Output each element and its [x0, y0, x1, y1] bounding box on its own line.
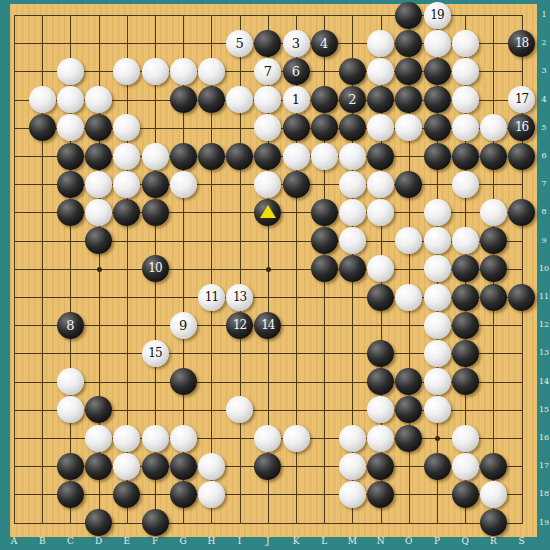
stone-D4[interactable] — [85, 86, 112, 113]
column-label-Q: Q — [455, 536, 475, 546]
stone-M3[interactable] — [339, 58, 366, 85]
stone-R11[interactable] — [480, 284, 507, 311]
row-label-9: 9 — [537, 236, 550, 245]
stone-N13[interactable] — [367, 340, 394, 367]
stone-P15[interactable] — [424, 396, 451, 423]
triangle-marker — [260, 205, 276, 218]
stone-K5[interactable] — [283, 114, 310, 141]
move-number-label: 18 — [508, 30, 535, 57]
move-number-label: 7 — [254, 58, 281, 85]
stone-R5[interactable] — [480, 114, 507, 141]
stone-N7[interactable] — [367, 171, 394, 198]
column-label-K: K — [286, 536, 306, 546]
stone-C18[interactable] — [57, 481, 84, 508]
stone-J3[interactable]: 7 — [254, 58, 281, 85]
star-point — [266, 267, 271, 272]
stone-S8[interactable] — [508, 199, 535, 226]
stone-D19[interactable] — [85, 509, 112, 536]
stone-G4[interactable] — [170, 86, 197, 113]
stone-O1[interactable] — [395, 2, 422, 29]
stone-Q16[interactable] — [452, 425, 479, 452]
stone-R19[interactable] — [480, 509, 507, 536]
stone-P6[interactable] — [424, 143, 451, 170]
stone-Q4[interactable] — [452, 86, 479, 113]
stone-P10[interactable] — [424, 255, 451, 282]
stone-M9[interactable] — [339, 227, 366, 254]
stone-I4[interactable] — [226, 86, 253, 113]
stone-H11[interactable]: 11 — [198, 284, 225, 311]
move-number-label: 12 — [226, 312, 253, 339]
stone-N10[interactable] — [367, 255, 394, 282]
stone-P9[interactable] — [424, 227, 451, 254]
stone-P1[interactable]: 19 — [424, 2, 451, 29]
stone-P14[interactable] — [424, 368, 451, 395]
stone-M4[interactable]: 2 — [339, 86, 366, 113]
move-number-label: 6 — [283, 58, 310, 85]
stone-F8[interactable] — [142, 199, 169, 226]
stone-R17[interactable] — [480, 453, 507, 480]
stone-P3[interactable] — [424, 58, 451, 85]
stone-I6[interactable] — [226, 143, 253, 170]
stone-D7[interactable] — [85, 171, 112, 198]
stone-C4[interactable] — [57, 86, 84, 113]
row-label-19: 19 — [537, 518, 550, 527]
stone-J6[interactable] — [254, 143, 281, 170]
stone-O9[interactable] — [395, 227, 422, 254]
stone-F13[interactable]: 15 — [142, 340, 169, 367]
column-label-F: F — [145, 536, 165, 546]
stone-C6[interactable] — [57, 143, 84, 170]
stone-N15[interactable] — [367, 396, 394, 423]
stone-S4[interactable]: 17 — [508, 86, 535, 113]
stone-C8[interactable] — [57, 199, 84, 226]
stone-G17[interactable] — [170, 453, 197, 480]
stone-N14[interactable] — [367, 368, 394, 395]
stone-N18[interactable] — [367, 481, 394, 508]
move-number-label: 9 — [170, 312, 197, 339]
stone-F19[interactable] — [142, 509, 169, 536]
row-label-3: 3 — [537, 66, 550, 75]
column-label-G: G — [173, 536, 193, 546]
stone-I15[interactable] — [226, 396, 253, 423]
stone-C15[interactable] — [57, 396, 84, 423]
stone-M5[interactable] — [339, 114, 366, 141]
stone-Q3[interactable] — [452, 58, 479, 85]
row-label-13: 13 — [537, 348, 550, 357]
stone-Q5[interactable] — [452, 114, 479, 141]
column-label-B: B — [32, 536, 52, 546]
stone-D17[interactable] — [85, 453, 112, 480]
move-number-label: 2 — [339, 86, 366, 113]
stone-K2[interactable]: 3 — [283, 30, 310, 57]
stone-N8[interactable] — [367, 199, 394, 226]
go-board[interactable]: 19534187612171610111389121415 — [10, 4, 537, 537]
stone-G12[interactable]: 9 — [170, 312, 197, 339]
stone-K4[interactable]: 1 — [283, 86, 310, 113]
row-label-5: 5 — [537, 123, 550, 132]
move-number-label: 17 — [508, 86, 535, 113]
stone-M18[interactable] — [339, 481, 366, 508]
stone-M16[interactable] — [339, 425, 366, 452]
row-label-16: 16 — [537, 433, 550, 442]
stone-M6[interactable] — [339, 143, 366, 170]
stone-Q17[interactable] — [452, 453, 479, 480]
stone-H18[interactable] — [198, 481, 225, 508]
stone-F3[interactable] — [142, 58, 169, 85]
stone-N4[interactable] — [367, 86, 394, 113]
stone-L5[interactable] — [311, 114, 338, 141]
column-label-M: M — [342, 536, 362, 546]
stone-I11[interactable]: 13 — [226, 284, 253, 311]
stone-G18[interactable] — [170, 481, 197, 508]
stone-Q2[interactable] — [452, 30, 479, 57]
stone-H17[interactable] — [198, 453, 225, 480]
row-label-14: 14 — [537, 377, 550, 386]
row-label-18: 18 — [537, 489, 550, 498]
move-number-label: 10 — [142, 255, 169, 282]
stone-F10[interactable]: 10 — [142, 255, 169, 282]
stone-B4[interactable] — [29, 86, 56, 113]
stone-H4[interactable] — [198, 86, 225, 113]
row-label-12: 12 — [537, 320, 550, 329]
stone-H6[interactable] — [198, 143, 225, 170]
stone-G6[interactable] — [170, 143, 197, 170]
stone-O2[interactable] — [395, 30, 422, 57]
stone-H3[interactable] — [198, 58, 225, 85]
column-label-I: I — [230, 536, 250, 546]
move-number-label: 16 — [508, 114, 535, 141]
star-point — [435, 436, 440, 441]
move-number-label: 15 — [142, 340, 169, 367]
stone-C5[interactable] — [57, 114, 84, 141]
stone-F7[interactable] — [142, 171, 169, 198]
stone-S6[interactable] — [508, 143, 535, 170]
row-label-15: 15 — [537, 405, 550, 414]
stone-B5[interactable] — [29, 114, 56, 141]
stone-Q9[interactable] — [452, 227, 479, 254]
row-label-7: 7 — [537, 179, 550, 188]
row-label-2: 2 — [537, 38, 550, 47]
stone-M8[interactable] — [339, 199, 366, 226]
stone-L2[interactable]: 4 — [311, 30, 338, 57]
stone-Q12[interactable] — [452, 312, 479, 339]
stone-O5[interactable] — [395, 114, 422, 141]
stone-N16[interactable] — [367, 425, 394, 452]
stone-G16[interactable] — [170, 425, 197, 452]
column-label-J: J — [258, 536, 278, 546]
stone-O7[interactable] — [395, 171, 422, 198]
stone-N6[interactable] — [367, 143, 394, 170]
row-label-1: 1 — [537, 10, 550, 19]
stone-J12[interactable]: 14 — [254, 312, 281, 339]
stone-G14[interactable] — [170, 368, 197, 395]
stone-P13[interactable] — [424, 340, 451, 367]
stone-I2[interactable]: 5 — [226, 30, 253, 57]
stone-E5[interactable] — [113, 114, 140, 141]
stone-C3[interactable] — [57, 58, 84, 85]
row-label-11: 11 — [537, 292, 550, 301]
column-label-R: R — [483, 536, 503, 546]
stone-D16[interactable] — [85, 425, 112, 452]
column-label-L: L — [314, 536, 334, 546]
stone-J4[interactable] — [254, 86, 281, 113]
stone-L6[interactable] — [311, 143, 338, 170]
row-label-17: 17 — [537, 461, 550, 470]
move-number-label: 5 — [226, 30, 253, 57]
stone-C12[interactable]: 8 — [57, 312, 84, 339]
move-number-label: 1 — [283, 86, 310, 113]
grid-line-horizontal — [14, 494, 523, 495]
stone-L8[interactable] — [311, 199, 338, 226]
move-number-label: 14 — [254, 312, 281, 339]
stone-R6[interactable] — [480, 143, 507, 170]
stone-G3[interactable] — [170, 58, 197, 85]
row-label-4: 4 — [537, 95, 550, 104]
stone-D8[interactable] — [85, 199, 112, 226]
stone-D6[interactable] — [85, 143, 112, 170]
stone-Q7[interactable] — [452, 171, 479, 198]
column-label-O: O — [399, 536, 419, 546]
stone-J7[interactable] — [254, 171, 281, 198]
star-point — [97, 267, 102, 272]
stone-K7[interactable] — [283, 171, 310, 198]
row-label-6: 6 — [537, 151, 550, 160]
stone-O16[interactable] — [395, 425, 422, 452]
stone-C7[interactable] — [57, 171, 84, 198]
stone-P8[interactable] — [424, 199, 451, 226]
stone-O4[interactable] — [395, 86, 422, 113]
stone-M10[interactable] — [339, 255, 366, 282]
stone-F6[interactable] — [142, 143, 169, 170]
stone-O15[interactable] — [395, 396, 422, 423]
stone-P11[interactable] — [424, 284, 451, 311]
stone-L9[interactable] — [311, 227, 338, 254]
move-number-label: 8 — [57, 312, 84, 339]
stone-S2[interactable]: 18 — [508, 30, 535, 57]
stone-E16[interactable] — [113, 425, 140, 452]
stone-E17[interactable] — [113, 453, 140, 480]
stone-C14[interactable] — [57, 368, 84, 395]
move-number-label: 11 — [198, 284, 225, 311]
column-label-S: S — [512, 536, 532, 546]
column-label-D: D — [89, 536, 109, 546]
stone-J16[interactable] — [254, 425, 281, 452]
stone-D15[interactable] — [85, 396, 112, 423]
column-label-A: A — [4, 536, 24, 546]
stone-R10[interactable] — [480, 255, 507, 282]
column-label-C: C — [60, 536, 80, 546]
stone-I12[interactable]: 12 — [226, 312, 253, 339]
stone-Q10[interactable] — [452, 255, 479, 282]
stone-R9[interactable] — [480, 227, 507, 254]
column-label-E: E — [117, 536, 137, 546]
stone-E3[interactable] — [113, 58, 140, 85]
stone-N11[interactable] — [367, 284, 394, 311]
stone-K6[interactable] — [283, 143, 310, 170]
stone-P2[interactable] — [424, 30, 451, 57]
stone-J5[interactable] — [254, 114, 281, 141]
stone-Q13[interactable] — [452, 340, 479, 367]
stone-P5[interactable] — [424, 114, 451, 141]
move-number-label: 4 — [311, 30, 338, 57]
column-label-P: P — [427, 536, 447, 546]
stone-L4[interactable] — [311, 86, 338, 113]
stone-F17[interactable] — [142, 453, 169, 480]
stone-O3[interactable] — [395, 58, 422, 85]
stone-P17[interactable] — [424, 453, 451, 480]
stone-S5[interactable]: 16 — [508, 114, 535, 141]
stone-G7[interactable] — [170, 171, 197, 198]
column-label-N: N — [371, 536, 391, 546]
stone-N5[interactable] — [367, 114, 394, 141]
stone-E7[interactable] — [113, 171, 140, 198]
row-label-10: 10 — [537, 264, 550, 273]
stone-O14[interactable] — [395, 368, 422, 395]
move-number-label: 13 — [226, 284, 253, 311]
stone-E8[interactable] — [113, 199, 140, 226]
stone-Q11[interactable] — [452, 284, 479, 311]
stone-J8[interactable] — [254, 199, 281, 226]
stone-S11[interactable] — [508, 284, 535, 311]
stone-R18[interactable] — [480, 481, 507, 508]
stone-N17[interactable] — [367, 453, 394, 480]
stone-N3[interactable] — [367, 58, 394, 85]
stone-F16[interactable] — [142, 425, 169, 452]
move-number-label: 3 — [283, 30, 310, 57]
stone-O11[interactable] — [395, 284, 422, 311]
go-app-window: 19534187612171610111389121415 ABCDEFGHIJ… — [0, 0, 550, 550]
stone-E18[interactable] — [113, 481, 140, 508]
stone-Q14[interactable] — [452, 368, 479, 395]
stone-Q18[interactable] — [452, 481, 479, 508]
stone-N2[interactable] — [367, 30, 394, 57]
stone-P4[interactable] — [424, 86, 451, 113]
stone-Q6[interactable] — [452, 143, 479, 170]
stone-J2[interactable] — [254, 30, 281, 57]
stone-P12[interactable] — [424, 312, 451, 339]
column-label-H: H — [201, 536, 221, 546]
stone-E6[interactable] — [113, 143, 140, 170]
stone-L10[interactable] — [311, 255, 338, 282]
move-number-label: 19 — [424, 2, 451, 29]
stone-D9[interactable] — [85, 227, 112, 254]
stone-M17[interactable] — [339, 453, 366, 480]
stone-D5[interactable] — [85, 114, 112, 141]
stone-R8[interactable] — [480, 199, 507, 226]
stone-J17[interactable] — [254, 453, 281, 480]
stone-K16[interactable] — [283, 425, 310, 452]
stone-M7[interactable] — [339, 171, 366, 198]
stone-C17[interactable] — [57, 453, 84, 480]
stone-K3[interactable]: 6 — [283, 58, 310, 85]
row-label-8: 8 — [537, 207, 550, 216]
